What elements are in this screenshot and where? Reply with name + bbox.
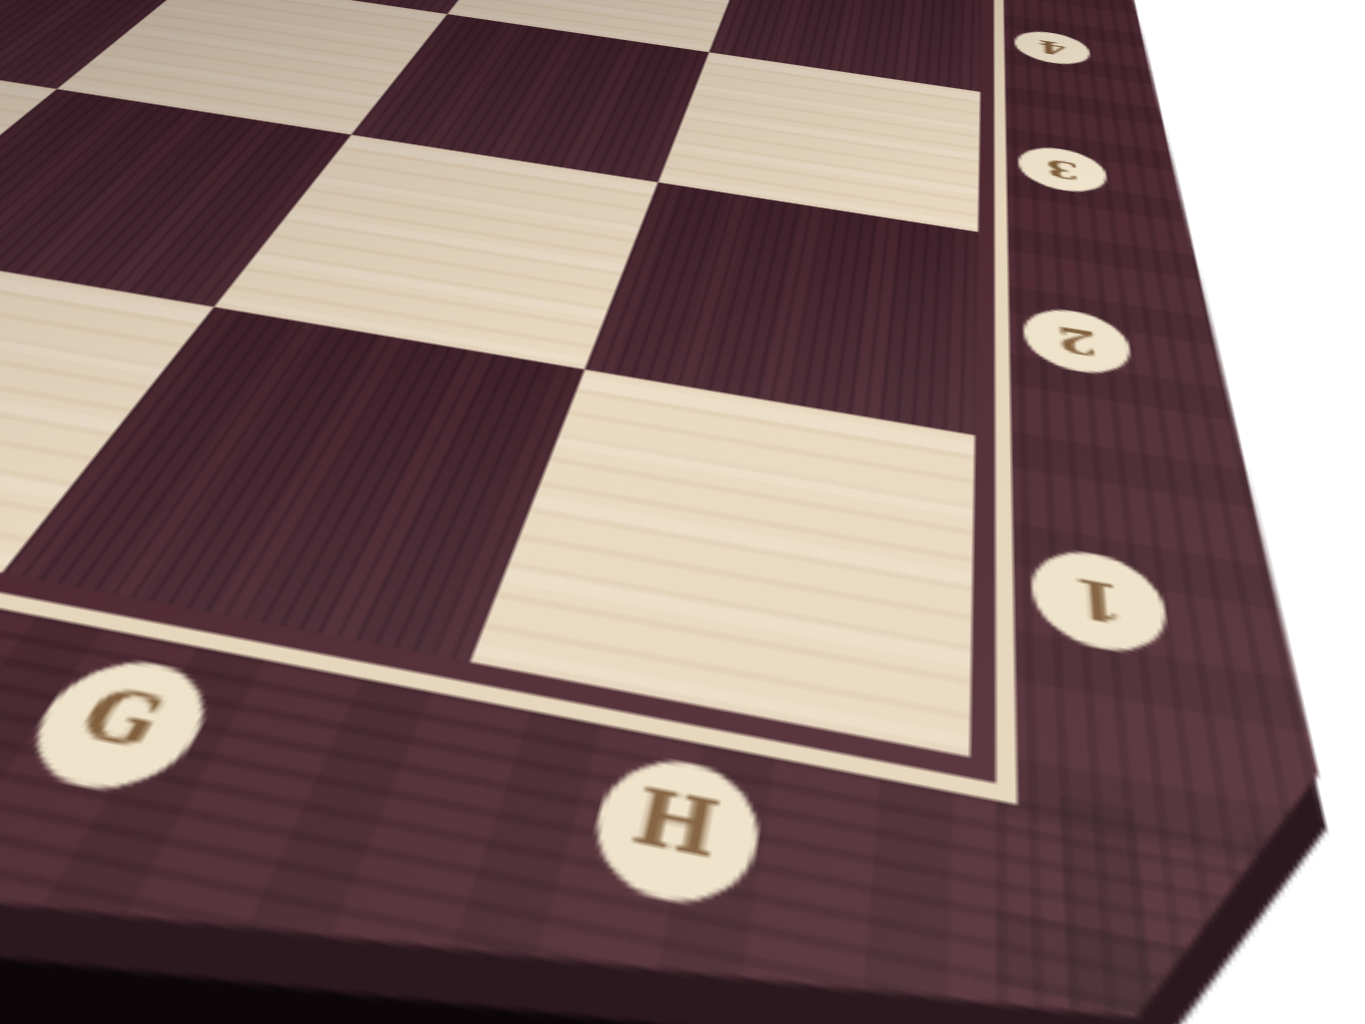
coord-circle-file-h: H bbox=[579, 747, 765, 913]
board-grid bbox=[0, 0, 986, 757]
coord-glyph-rank-3: 3 bbox=[1045, 155, 1081, 183]
coord-glyph-rank-1: 1 bbox=[1071, 568, 1127, 629]
coord-circle-rank-4: 4 bbox=[1014, 27, 1092, 68]
coord-glyph-rank-2: 2 bbox=[1055, 320, 1098, 360]
coord-glyph-file-h: H bbox=[626, 781, 724, 872]
coord-circle-rank-3: 3 bbox=[1018, 142, 1109, 196]
coord-circle-file-g: G bbox=[5, 649, 227, 799]
chess-board: GH1234 bbox=[0, 0, 1365, 1024]
coord-circle-rank-1: 1 bbox=[1030, 541, 1171, 659]
photo-stage: GH1234 bbox=[0, 0, 1365, 1024]
coord-glyph-file-g: G bbox=[64, 681, 175, 761]
coord-glyph-rank-4: 4 bbox=[1037, 37, 1067, 58]
coord-circle-rank-2: 2 bbox=[1023, 302, 1134, 379]
